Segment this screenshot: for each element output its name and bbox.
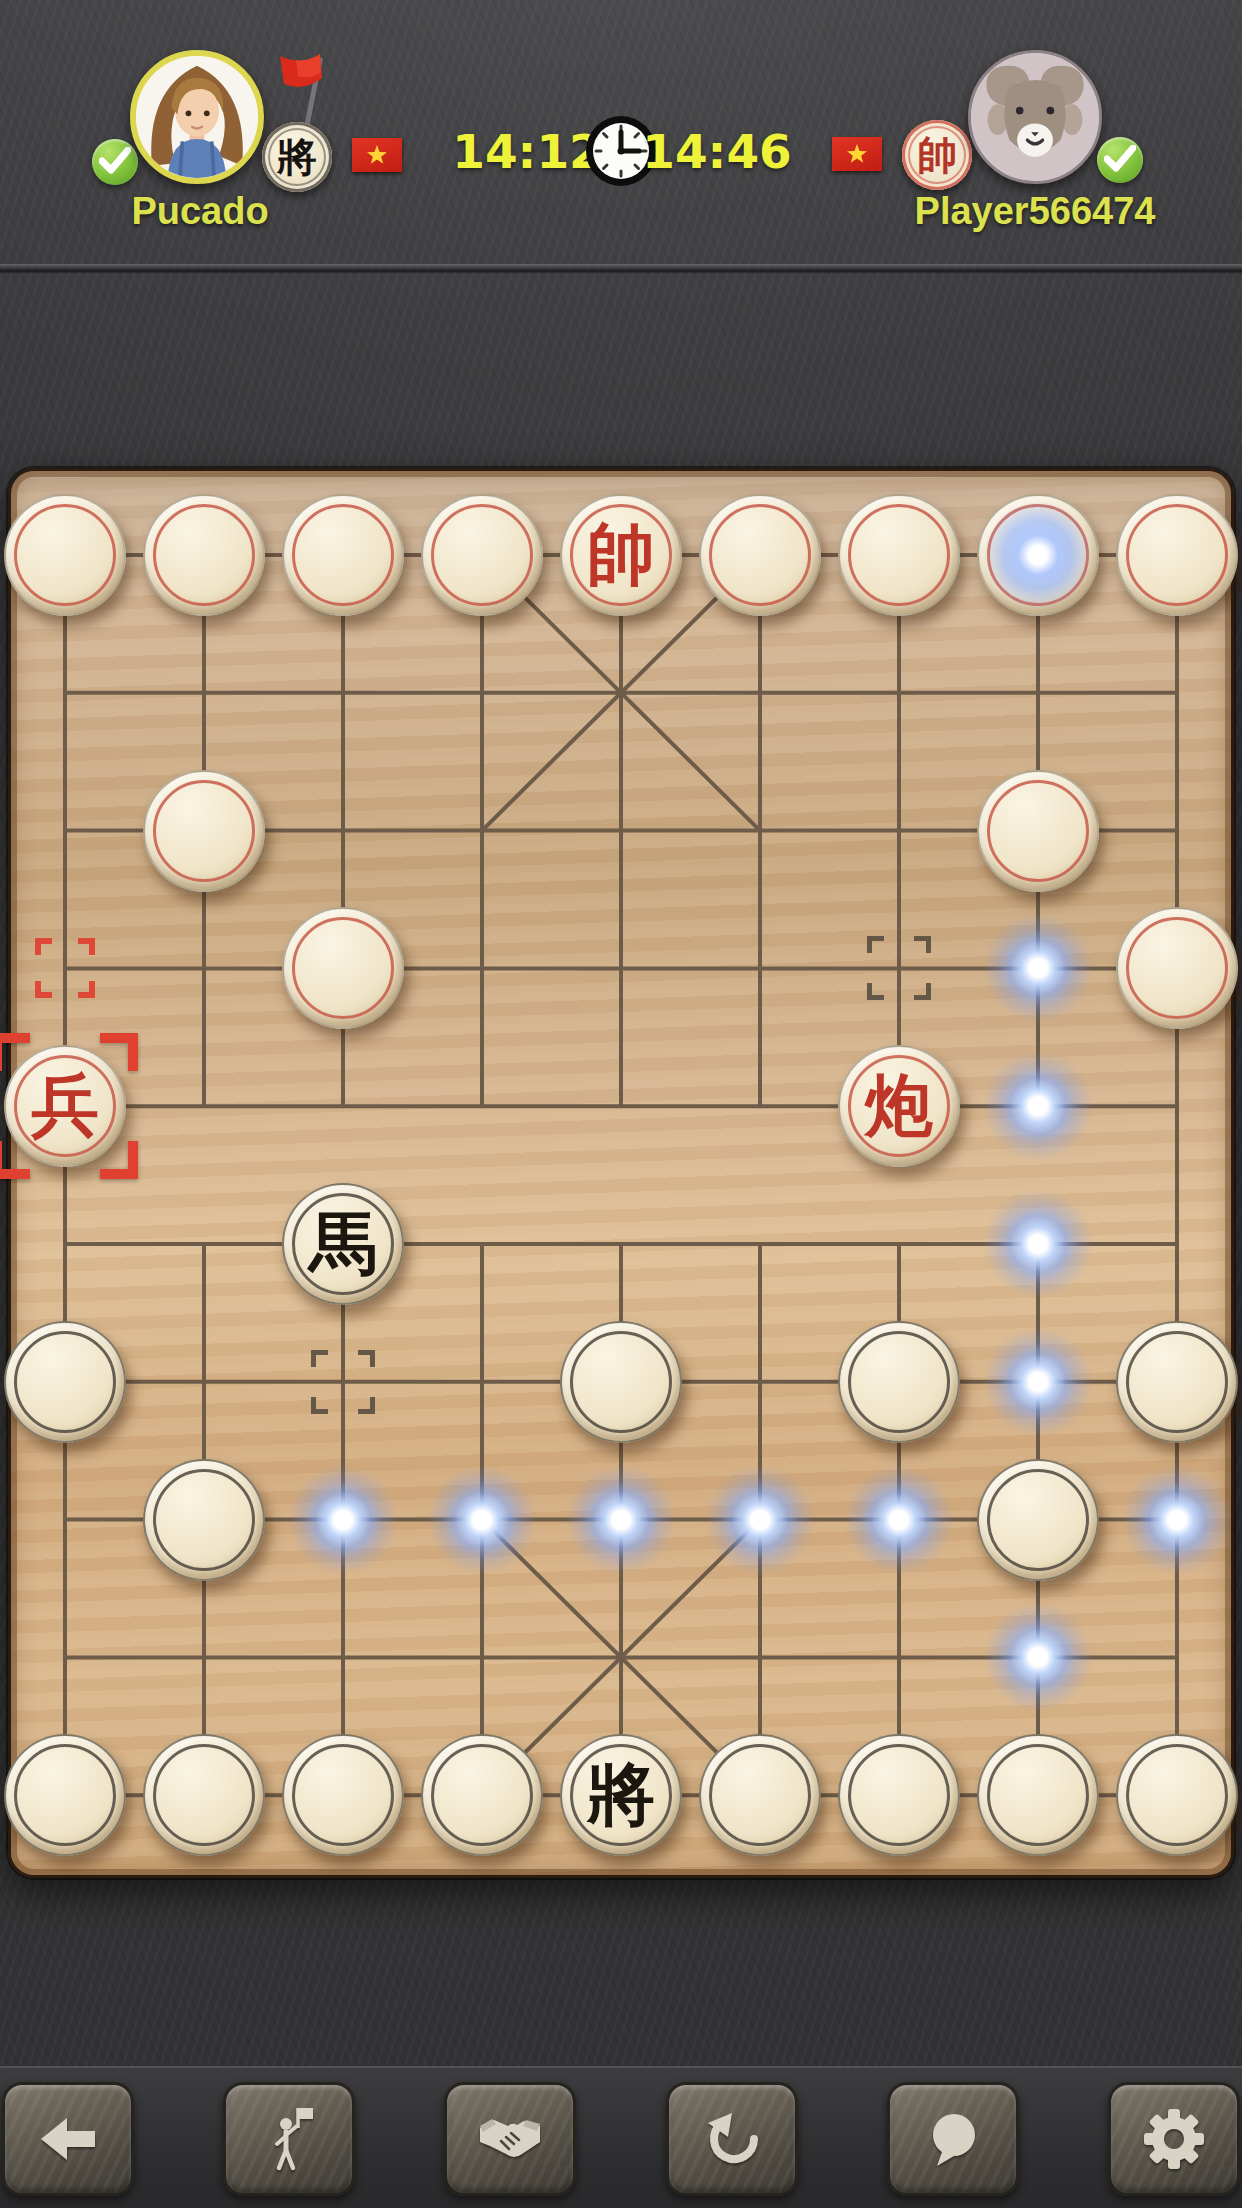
avatar-right[interactable] [968,50,1102,184]
piece-red-hidden[interactable] [699,494,821,616]
side-badge-right-glyph: 帥 [917,128,957,183]
clock-time-right: 14:46 [612,124,822,179]
player-name-right: Player566474 [875,190,1195,233]
piece-red-hidden[interactable] [282,494,404,616]
last-move-to-marker [0,1033,138,1179]
move-origin-marker [311,1350,375,1414]
piece-black-hidden[interactable] [282,1734,404,1856]
piece-red-cannon[interactable]: 炮 [838,1045,960,1167]
settings-button[interactable] [1108,2082,1240,2196]
country-flag-right-icon [832,137,882,171]
toolbar [0,2066,1242,2208]
piece-black-hidden[interactable] [1116,1321,1238,1443]
piece-black-hidden[interactable] [560,1321,682,1443]
piece-black-hidden[interactable] [838,1321,960,1443]
side-badge-right: 帥 [902,120,972,190]
move-target-dot[interactable] [982,1326,1094,1438]
piece-black-general[interactable]: 將 [560,1734,682,1856]
last-move-from-marker [35,938,95,998]
move-target-dot[interactable] [565,1464,677,1576]
resign-button[interactable] [223,2082,355,2196]
topbar-divider [0,264,1242,274]
back-arrow-icon [37,2113,99,2165]
piece-black-hidden[interactable] [421,1734,543,1856]
top-bar: 將 Pucado 14:12 [0,0,1242,272]
piece-black-hidden[interactable] [699,1734,821,1856]
xiangqi-board[interactable]: 帥兵炮馬將 [8,468,1234,1878]
move-target-dot[interactable] [982,1050,1094,1162]
piece-red-hidden[interactable] [977,770,1099,892]
move-target-dot[interactable] [1121,1464,1233,1576]
piece-red-hidden[interactable] [838,494,960,616]
ram-portrait-icon [971,53,1099,181]
app-screen: 將 Pucado 14:12 [0,0,1242,2208]
checkmark-icon [1104,145,1136,173]
country-flag-left-icon [352,138,402,172]
chat-bubble-icon [924,2110,982,2168]
side-badge-left-glyph: 將 [277,130,317,185]
piece-black-hidden[interactable] [838,1734,960,1856]
girl-portrait-icon [136,56,258,178]
move-target-dot[interactable] [704,1464,816,1576]
move-target-dot[interactable] [982,1188,1094,1300]
chat-button[interactable] [887,2082,1019,2196]
piece-black-hidden[interactable] [977,1459,1099,1581]
piece-black-hidden[interactable] [1116,1734,1238,1856]
piece-red-hidden[interactable] [282,907,404,1029]
piece-red-general[interactable]: 帥 [560,494,682,616]
player-name-left: Pucado [70,190,330,233]
checkmark-icon [99,147,131,175]
piece-black-hidden[interactable] [143,1459,265,1581]
piece-red-hidden[interactable] [1116,907,1238,1029]
undo-arrow-icon [702,2109,762,2169]
move-target-dot[interactable] [426,1464,538,1576]
handshake-icon [476,2112,544,2166]
move-origin-marker [867,936,931,1000]
piece-black-hidden[interactable] [4,1734,126,1856]
gear-icon [1143,2108,1205,2170]
move-target-dot[interactable] [982,912,1094,1024]
piece-black-horse[interactable]: 馬 [282,1183,404,1305]
person-flag-icon [260,2106,318,2172]
move-target-dot[interactable] [843,1464,955,1576]
piece-black-hidden[interactable] [4,1321,126,1443]
move-target-dot[interactable] [982,1601,1094,1713]
draw-button[interactable] [444,2082,576,2196]
piece-black-hidden[interactable] [143,1734,265,1856]
capture-target-glow[interactable] [984,501,1092,609]
piece-red-hidden[interactable] [4,494,126,616]
piece-black-hidden[interactable] [977,1734,1099,1856]
piece-red-hidden[interactable] [1116,494,1238,616]
side-badge-left: 將 [262,122,332,192]
piece-red-hidden[interactable] [143,494,265,616]
undo-button[interactable] [666,2082,798,2196]
ready-check-icon-right [1097,137,1143,183]
avatar-left[interactable] [130,50,264,184]
back-button[interactable] [2,2082,134,2196]
ready-check-icon-left [92,139,138,185]
piece-red-hidden[interactable] [421,494,543,616]
piece-red-hidden[interactable] [143,770,265,892]
move-target-dot[interactable] [287,1464,399,1576]
